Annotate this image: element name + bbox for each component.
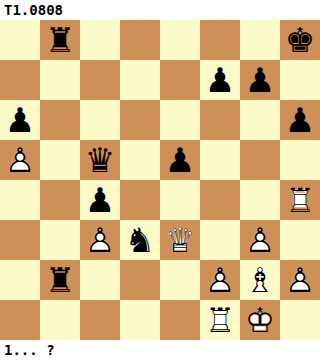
square-b2[interactable]: ♜	[40, 260, 80, 300]
black-king-icon[interactable]: ♚	[280, 20, 320, 60]
white-pawn-icon-outline-layer: ♙	[85, 220, 115, 260]
square-e6[interactable]	[160, 100, 200, 140]
white-pawn-icon[interactable]: ♟♙	[200, 260, 240, 300]
square-a5[interactable]: ♟♙	[0, 140, 40, 180]
black-pawn-icon[interactable]: ♟	[160, 140, 200, 180]
square-d6[interactable]	[120, 100, 160, 140]
square-b5[interactable]	[40, 140, 80, 180]
square-h5[interactable]	[280, 140, 320, 180]
white-rook-icon[interactable]: ♜♖	[200, 300, 240, 340]
square-f7[interactable]: ♟	[200, 60, 240, 100]
white-pawn-icon-outline-layer: ♙	[245, 220, 275, 260]
black-pawn-icon-fill-layer: ♟	[205, 60, 235, 100]
square-b4[interactable]	[40, 180, 80, 220]
square-d3[interactable]: ♞	[120, 220, 160, 260]
square-e2[interactable]	[160, 260, 200, 300]
white-pawn-icon[interactable]: ♟♙	[280, 260, 320, 300]
square-h3[interactable]	[280, 220, 320, 260]
white-king-icon-outline-layer: ♔	[245, 300, 275, 340]
black-pawn-icon-fill-layer: ♟	[285, 100, 315, 140]
white-pawn-icon-outline-layer: ♙	[5, 140, 35, 180]
black-rook-icon-fill-layer: ♜	[45, 20, 75, 60]
square-f4[interactable]	[200, 180, 240, 220]
white-queen-icon[interactable]: ♛♕	[160, 220, 200, 260]
square-g6[interactable]	[240, 100, 280, 140]
square-f6[interactable]	[200, 100, 240, 140]
black-pawn-icon[interactable]: ♟	[0, 100, 40, 140]
black-rook-icon[interactable]: ♜	[40, 20, 80, 60]
puzzle-title: T1.0808	[0, 0, 320, 20]
black-pawn-icon[interactable]: ♟	[200, 60, 240, 100]
square-f8[interactable]	[200, 20, 240, 60]
black-pawn-icon-fill-layer: ♟	[245, 60, 275, 100]
black-pawn-icon[interactable]: ♟	[80, 180, 120, 220]
square-d1[interactable]	[120, 300, 160, 340]
square-b6[interactable]	[40, 100, 80, 140]
square-c4[interactable]: ♟	[80, 180, 120, 220]
square-f1[interactable]: ♜♖	[200, 300, 240, 340]
square-a4[interactable]	[0, 180, 40, 220]
square-e3[interactable]: ♛♕	[160, 220, 200, 260]
chess-puzzle-app: T1.0808 ♜♚♟♟♟♟♟♙♛♟♟♜♖♟♙♞♛♕♟♙♜♟♙♝♗♟♙♜♖♚♔ …	[0, 0, 320, 360]
square-g7[interactable]: ♟	[240, 60, 280, 100]
square-e7[interactable]	[160, 60, 200, 100]
square-c2[interactable]	[80, 260, 120, 300]
white-rook-icon[interactable]: ♜♖	[280, 180, 320, 220]
square-h6[interactable]: ♟	[280, 100, 320, 140]
square-c3[interactable]: ♟♙	[80, 220, 120, 260]
square-d8[interactable]	[120, 20, 160, 60]
black-rook-icon-fill-layer: ♜	[45, 260, 75, 300]
chess-board: ♜♚♟♟♟♟♟♙♛♟♟♜♖♟♙♞♛♕♟♙♜♟♙♝♗♟♙♜♖♚♔	[0, 20, 320, 340]
square-e4[interactable]	[160, 180, 200, 220]
square-b1[interactable]	[40, 300, 80, 340]
black-queen-icon-fill-layer: ♛	[85, 140, 115, 180]
square-c1[interactable]	[80, 300, 120, 340]
square-g2[interactable]: ♝♗	[240, 260, 280, 300]
black-pawn-icon-fill-layer: ♟	[5, 100, 35, 140]
square-g4[interactable]	[240, 180, 280, 220]
black-pawn-icon[interactable]: ♟	[280, 100, 320, 140]
white-pawn-icon-outline-layer: ♙	[285, 260, 315, 300]
black-knight-icon[interactable]: ♞	[120, 220, 160, 260]
square-g1[interactable]: ♚♔	[240, 300, 280, 340]
black-pawn-icon-fill-layer: ♟	[165, 140, 195, 180]
white-queen-icon-outline-layer: ♕	[165, 220, 195, 260]
square-d4[interactable]	[120, 180, 160, 220]
white-bishop-icon-outline-layer: ♗	[245, 260, 275, 300]
black-knight-icon-fill-layer: ♞	[125, 220, 155, 260]
white-pawn-icon[interactable]: ♟♙	[240, 220, 280, 260]
black-pawn-icon-fill-layer: ♟	[85, 180, 115, 220]
square-e5[interactable]: ♟	[160, 140, 200, 180]
square-c8[interactable]	[80, 20, 120, 60]
square-c6[interactable]	[80, 100, 120, 140]
square-h1[interactable]	[280, 300, 320, 340]
black-rook-icon[interactable]: ♜	[40, 260, 80, 300]
square-c7[interactable]	[80, 60, 120, 100]
square-g3[interactable]: ♟♙	[240, 220, 280, 260]
square-a1[interactable]	[0, 300, 40, 340]
black-pawn-icon[interactable]: ♟	[240, 60, 280, 100]
white-rook-icon-outline-layer: ♖	[285, 180, 315, 220]
square-f2[interactable]: ♟♙	[200, 260, 240, 300]
square-h2[interactable]: ♟♙	[280, 260, 320, 300]
square-f5[interactable]	[200, 140, 240, 180]
square-h8[interactable]: ♚	[280, 20, 320, 60]
square-h7[interactable]	[280, 60, 320, 100]
square-b8[interactable]: ♜	[40, 20, 80, 60]
black-queen-icon[interactable]: ♛	[80, 140, 120, 180]
square-e8[interactable]	[160, 20, 200, 60]
square-g5[interactable]	[240, 140, 280, 180]
square-h4[interactable]: ♜♖	[280, 180, 320, 220]
white-pawn-icon[interactable]: ♟♙	[80, 220, 120, 260]
square-a2[interactable]	[0, 260, 40, 300]
black-king-icon-fill-layer: ♚	[285, 20, 315, 60]
square-d2[interactable]	[120, 260, 160, 300]
square-g8[interactable]	[240, 20, 280, 60]
square-a6[interactable]: ♟	[0, 100, 40, 140]
white-king-icon[interactable]: ♚♔	[240, 300, 280, 340]
square-e1[interactable]	[160, 300, 200, 340]
white-rook-icon-outline-layer: ♖	[205, 300, 235, 340]
square-b7[interactable]	[40, 60, 80, 100]
square-c5[interactable]: ♛	[80, 140, 120, 180]
square-d5[interactable]	[120, 140, 160, 180]
square-f3[interactable]	[200, 220, 240, 260]
square-d7[interactable]	[120, 60, 160, 100]
move-prompt: 1... ?	[0, 340, 320, 360]
white-pawn-icon[interactable]: ♟♙	[0, 140, 40, 180]
square-a3[interactable]	[0, 220, 40, 260]
white-bishop-icon[interactable]: ♝♗	[240, 260, 280, 300]
square-a7[interactable]	[0, 60, 40, 100]
white-pawn-icon-outline-layer: ♙	[205, 260, 235, 300]
square-b3[interactable]	[40, 220, 80, 260]
square-a8[interactable]	[0, 20, 40, 60]
